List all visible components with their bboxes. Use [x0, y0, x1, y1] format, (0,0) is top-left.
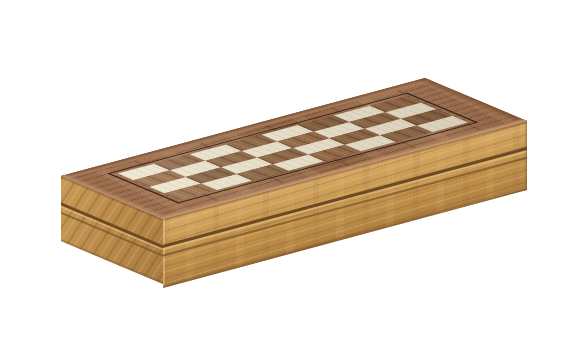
right-corner-shading: [524, 121, 527, 191]
base-edge-groove-left: [61, 212, 163, 257]
product-photo-scene: [0, 0, 580, 360]
